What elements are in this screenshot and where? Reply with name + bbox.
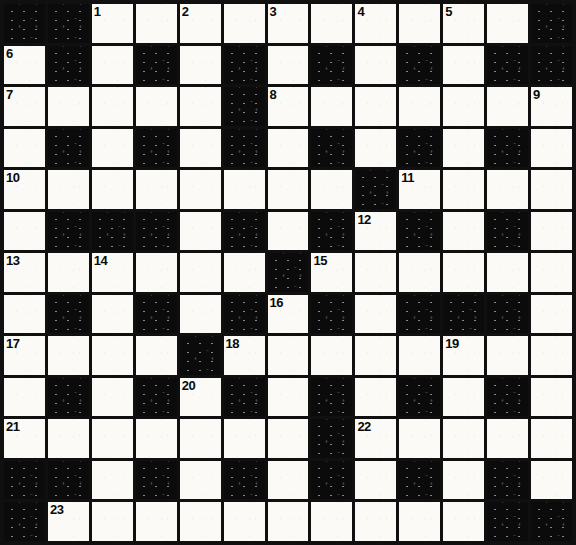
cell-r10-c10	[399, 378, 440, 417]
cell-r7-c10[interactable]	[399, 253, 440, 292]
cell-r7-c1[interactable]: 13	[4, 253, 45, 292]
cell-r5-c11[interactable]	[443, 170, 484, 209]
cell-r6-c3	[92, 212, 133, 251]
clue-number: 3	[270, 4, 277, 19]
cell-r10-c8	[311, 378, 352, 417]
cell-r13-c7[interactable]	[268, 502, 309, 541]
cell-r9-c2[interactable]	[48, 336, 89, 375]
cell-r6-c6	[224, 212, 265, 251]
cell-r10-c6	[224, 378, 265, 417]
cell-r3-c5[interactable]	[180, 87, 221, 126]
cell-r1-c5[interactable]: 2	[180, 4, 221, 43]
cell-r3-c2[interactable]	[48, 87, 89, 126]
cell-r7-c2[interactable]	[48, 253, 89, 292]
cell-r5-c5[interactable]	[180, 170, 221, 209]
cell-r12-c1	[4, 461, 45, 500]
clue-number: 11	[401, 170, 414, 185]
clue-number: 1	[94, 4, 101, 19]
cell-r10-c7[interactable]	[268, 378, 309, 417]
cell-r13-c8[interactable]	[311, 502, 352, 541]
clue-number: 23	[50, 502, 63, 517]
cell-r8-c10	[399, 295, 440, 334]
cell-r4-c8	[311, 129, 352, 168]
cell-r5-c12[interactable]	[487, 170, 528, 209]
cell-r1-c11[interactable]: 5	[443, 4, 484, 43]
cell-r12-c12	[487, 461, 528, 500]
cell-r6-c12	[487, 212, 528, 251]
cell-r7-c3[interactable]: 14	[92, 253, 133, 292]
cell-r4-c12	[487, 129, 528, 168]
cell-r4-c9[interactable]	[355, 129, 396, 168]
cell-r12-c6	[224, 461, 265, 500]
cell-r2-c1[interactable]: 6	[4, 46, 45, 85]
cell-r5-c10[interactable]: 11	[399, 170, 440, 209]
clue-number: 5	[445, 4, 452, 19]
cell-r3-c6	[224, 87, 265, 126]
cell-r3-c4[interactable]	[136, 87, 177, 126]
cell-r3-c11[interactable]	[443, 87, 484, 126]
cell-r4-c7[interactable]	[268, 129, 309, 168]
cell-r11-c5[interactable]	[180, 419, 221, 458]
cell-r1-c12[interactable]	[487, 4, 528, 43]
cell-r2-c11[interactable]	[443, 46, 484, 85]
cell-r10-c11[interactable]	[443, 378, 484, 417]
cell-r10-c13[interactable]	[531, 378, 572, 417]
cell-r11-c9[interactable]: 22	[355, 419, 396, 458]
cell-r11-c6[interactable]	[224, 419, 265, 458]
cell-r7-c4[interactable]	[136, 253, 177, 292]
cell-r8-c6	[224, 295, 265, 334]
clue-number: 18	[226, 336, 239, 351]
cell-r5-c3[interactable]	[92, 170, 133, 209]
cell-r9-c12[interactable]	[487, 336, 528, 375]
cell-r6-c13[interactable]	[531, 212, 572, 251]
cell-r6-c9[interactable]: 12	[355, 212, 396, 251]
cell-r4-c3[interactable]	[92, 129, 133, 168]
cell-r10-c12	[487, 378, 528, 417]
cell-r5-c9	[355, 170, 396, 209]
clue-number: 13	[6, 253, 19, 268]
cell-r7-c11[interactable]	[443, 253, 484, 292]
cell-r5-c7[interactable]	[268, 170, 309, 209]
cell-r2-c5[interactable]	[180, 46, 221, 85]
cell-r7-c8[interactable]: 15	[311, 253, 352, 292]
cell-r12-c5[interactable]	[180, 461, 221, 500]
cell-r11-c8	[311, 419, 352, 458]
cell-r13-c1	[4, 502, 45, 541]
cell-r1-c2	[48, 4, 89, 43]
clue-number: 16	[270, 295, 283, 310]
cell-r8-c4	[136, 295, 177, 334]
cell-r7-c12[interactable]	[487, 253, 528, 292]
cell-r9-c10[interactable]	[399, 336, 440, 375]
clue-number: 15	[313, 253, 326, 268]
cell-r6-c10	[399, 212, 440, 251]
cell-r6-c1[interactable]	[4, 212, 45, 251]
cell-r4-c4	[136, 129, 177, 168]
cell-r10-c1[interactable]	[4, 378, 45, 417]
cell-r3-c1[interactable]: 7	[4, 87, 45, 126]
cell-r8-c2	[48, 295, 89, 334]
clue-number: 19	[445, 336, 458, 351]
cell-r1-c1	[4, 4, 45, 43]
cell-r11-c10[interactable]	[399, 419, 440, 458]
cell-r1-c7[interactable]: 3	[268, 4, 309, 43]
cell-r11-c13[interactable]	[531, 419, 572, 458]
cell-r11-c1[interactable]: 21	[4, 419, 45, 458]
clue-number: 2	[182, 4, 189, 19]
cell-r12-c10	[399, 461, 440, 500]
cell-r13-c6[interactable]	[224, 502, 265, 541]
cell-r7-c5[interactable]	[180, 253, 221, 292]
cell-r12-c2	[48, 461, 89, 500]
cell-r13-c13	[531, 502, 572, 541]
cell-r2-c13	[531, 46, 572, 85]
cell-r11-c4[interactable]	[136, 419, 177, 458]
clue-number: 12	[357, 212, 370, 227]
cell-r8-c8	[311, 295, 352, 334]
cell-r1-c3[interactable]: 1	[92, 4, 133, 43]
cell-r9-c3[interactable]	[92, 336, 133, 375]
cell-r7-c6[interactable]	[224, 253, 265, 292]
cell-r4-c13[interactable]	[531, 129, 572, 168]
cell-r13-c10[interactable]	[399, 502, 440, 541]
cell-r12-c7[interactable]	[268, 461, 309, 500]
cell-r1-c13	[531, 4, 572, 43]
cell-r9-c6[interactable]: 18	[224, 336, 265, 375]
cell-r7-c13[interactable]	[531, 253, 572, 292]
cell-r2-c4	[136, 46, 177, 85]
clue-number: 10	[6, 170, 19, 185]
cell-r7-c7	[268, 253, 309, 292]
cell-r9-c8[interactable]	[311, 336, 352, 375]
cell-r6-c4	[136, 212, 177, 251]
cell-r5-c6[interactable]	[224, 170, 265, 209]
cell-r2-c3[interactable]	[92, 46, 133, 85]
cell-r13-c3[interactable]	[92, 502, 133, 541]
cell-r3-c10[interactable]	[399, 87, 440, 126]
cell-r12-c9[interactable]	[355, 461, 396, 500]
cell-r2-c10	[399, 46, 440, 85]
cell-r4-c6	[224, 129, 265, 168]
cell-r6-c5[interactable]	[180, 212, 221, 251]
cell-r8-c12	[487, 295, 528, 334]
cell-r2-c9[interactable]	[355, 46, 396, 85]
clue-number: 22	[357, 419, 370, 434]
cell-r3-c13[interactable]: 9	[531, 87, 572, 126]
cell-r3-c9[interactable]	[355, 87, 396, 126]
cell-r9-c11[interactable]: 19	[443, 336, 484, 375]
cell-r13-c5[interactable]	[180, 502, 221, 541]
cell-r4-c1[interactable]	[4, 129, 45, 168]
cell-r9-c1[interactable]: 17	[4, 336, 45, 375]
clue-number: 4	[357, 4, 364, 19]
cell-r4-c2	[48, 129, 89, 168]
cell-r1-c8[interactable]	[311, 4, 352, 43]
cell-r11-c12[interactable]	[487, 419, 528, 458]
cell-r11-c2[interactable]	[48, 419, 89, 458]
cell-r7-c9[interactable]	[355, 253, 396, 292]
cell-r11-c11[interactable]	[443, 419, 484, 458]
cell-r2-c6	[224, 46, 265, 85]
cell-r5-c2[interactable]	[48, 170, 89, 209]
cell-r1-c6[interactable]	[224, 4, 265, 43]
cell-r5-c8[interactable]	[311, 170, 352, 209]
cell-r13-c9[interactable]	[355, 502, 396, 541]
cell-r3-c7[interactable]: 8	[268, 87, 309, 126]
clue-number: 14	[94, 253, 107, 268]
cell-r6-c8	[311, 212, 352, 251]
cell-r6-c7[interactable]	[268, 212, 309, 251]
cell-r12-c8	[311, 461, 352, 500]
cell-r1-c9[interactable]: 4	[355, 4, 396, 43]
clue-number: 17	[6, 336, 19, 351]
clue-number: 9	[533, 87, 540, 102]
cell-r8-c13[interactable]	[531, 295, 572, 334]
cell-r13-c2[interactable]: 23	[48, 502, 89, 541]
cell-r2-c2	[48, 46, 89, 85]
cell-r8-c9[interactable]	[355, 295, 396, 334]
cell-r2-c12	[487, 46, 528, 85]
cell-r1-c10[interactable]	[399, 4, 440, 43]
cell-r13-c12	[487, 502, 528, 541]
cell-r8-c11	[443, 295, 484, 334]
cell-r5-c4[interactable]	[136, 170, 177, 209]
clue-number: 7	[6, 87, 13, 102]
cell-r11-c3[interactable]	[92, 419, 133, 458]
cell-r9-c9[interactable]	[355, 336, 396, 375]
cell-r4-c5[interactable]	[180, 129, 221, 168]
cell-r13-c4[interactable]	[136, 502, 177, 541]
cell-r13-c11[interactable]	[443, 502, 484, 541]
cell-r3-c12[interactable]	[487, 87, 528, 126]
cell-r9-c13[interactable]	[531, 336, 572, 375]
cell-r10-c2	[48, 378, 89, 417]
crossword-board: 1234567891011121314151617181920212223	[0, 0, 576, 545]
cell-r11-c7[interactable]	[268, 419, 309, 458]
cell-r9-c4[interactable]	[136, 336, 177, 375]
clue-number: 8	[270, 87, 277, 102]
cell-r4-c10	[399, 129, 440, 168]
cell-r8-c7[interactable]: 16	[268, 295, 309, 334]
cell-r8-c3[interactable]	[92, 295, 133, 334]
cell-r3-c8[interactable]	[311, 87, 352, 126]
cell-r3-c3[interactable]	[92, 87, 133, 126]
cell-r9-c5	[180, 336, 221, 375]
cell-r10-c4	[136, 378, 177, 417]
cell-r1-c4[interactable]	[136, 4, 177, 43]
cell-r10-c3[interactable]	[92, 378, 133, 417]
clue-number: 6	[6, 46, 13, 61]
cell-r12-c13[interactable]	[531, 461, 572, 500]
cell-r5-c1[interactable]: 10	[4, 170, 45, 209]
cell-r9-c7[interactable]	[268, 336, 309, 375]
cell-r12-c4	[136, 461, 177, 500]
clue-number: 21	[6, 419, 19, 434]
cell-r6-c11[interactable]	[443, 212, 484, 251]
cell-r6-c2	[48, 212, 89, 251]
cell-r10-c9[interactable]	[355, 378, 396, 417]
cell-r12-c11[interactable]	[443, 461, 484, 500]
cell-r10-c5[interactable]: 20	[180, 378, 221, 417]
cell-r12-c3[interactable]	[92, 461, 133, 500]
cell-r4-c11[interactable]	[443, 129, 484, 168]
cell-r5-c13[interactable]	[531, 170, 572, 209]
clue-number: 20	[182, 378, 195, 393]
cell-r8-c1[interactable]	[4, 295, 45, 334]
cell-r2-c7[interactable]	[268, 46, 309, 85]
cell-r8-c5[interactable]	[180, 295, 221, 334]
cell-r2-c8	[311, 46, 352, 85]
